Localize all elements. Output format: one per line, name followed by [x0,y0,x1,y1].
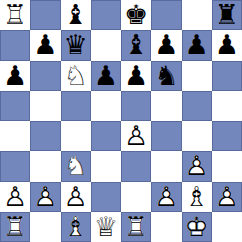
square-a7[interactable] [0,30,30,60]
square-h2[interactable]: ♟♙ [212,182,242,212]
black-knight[interactable]: ♞ [152,62,180,90]
black-bishop[interactable]: ♝ [122,31,150,59]
white-pawn[interactable]: ♟♙ [183,152,211,180]
white-queen-outline: ♕ [92,213,120,241]
black-bishop[interactable]: ♝ [62,1,90,29]
square-e2[interactable] [121,182,151,212]
square-h3[interactable] [212,151,242,181]
square-g4[interactable] [182,121,212,151]
square-c6[interactable]: ♞♘ [61,61,91,91]
square-e5[interactable] [121,91,151,121]
square-b4[interactable] [30,121,60,151]
square-e3[interactable] [121,151,151,181]
square-c1[interactable]: ♝♗ [61,212,91,242]
square-a8[interactable]: ♜♖ [0,0,30,30]
square-e1[interactable]: ♜♖ [121,212,151,242]
black-pawn[interactable]: ♟ [183,31,211,59]
white-bishop-outline: ♗ [62,213,90,241]
white-pawn[interactable]: ♟♙ [1,183,29,211]
square-f4[interactable] [151,121,181,151]
white-bishop-outline: ♗ [183,183,211,211]
white-knight-outline: ♘ [62,62,90,90]
square-e8[interactable]: ♚ [121,0,151,30]
white-pawn-outline: ♙ [183,152,211,180]
white-pawn-outline: ♙ [152,183,180,211]
square-b5[interactable] [30,91,60,121]
square-c5[interactable] [61,91,91,121]
square-e4[interactable]: ♟♙ [121,121,151,151]
chess-board: ♜♖♝♚♜♟♛♝♟♟♟♟♞♘♟♟♞♟♙♞♘♟♙♟♙♟♙♟♙♟♙♝♗♟♙♜♖♝♗♛… [0,0,242,242]
square-h7[interactable]: ♟ [212,30,242,60]
square-c4[interactable] [61,121,91,151]
square-d6[interactable]: ♟ [91,61,121,91]
black-king[interactable]: ♚ [122,1,150,29]
square-h8[interactable]: ♜ [212,0,242,30]
square-f3[interactable] [151,151,181,181]
square-h6[interactable] [212,61,242,91]
white-knight-outline: ♘ [62,152,90,180]
white-pawn[interactable]: ♟♙ [31,183,59,211]
square-b1[interactable] [30,212,60,242]
square-a1[interactable]: ♜♖ [0,212,30,242]
square-a2[interactable]: ♟♙ [0,182,30,212]
square-g8[interactable] [182,0,212,30]
square-h1[interactable] [212,212,242,242]
white-pawn[interactable]: ♟♙ [62,183,90,211]
square-d1[interactable]: ♛♕ [91,212,121,242]
white-bishop[interactable]: ♝♗ [62,213,90,241]
black-pawn[interactable]: ♟ [122,62,150,90]
white-pawn-outline: ♙ [62,183,90,211]
square-a6[interactable]: ♟ [0,61,30,91]
black-rook[interactable]: ♜ [213,1,241,29]
white-pawn-outline: ♙ [1,183,29,211]
square-e7[interactable]: ♝ [121,30,151,60]
square-d8[interactable] [91,0,121,30]
square-d5[interactable] [91,91,121,121]
square-b6[interactable] [30,61,60,91]
black-pawn[interactable]: ♟ [152,31,180,59]
white-knight[interactable]: ♞♘ [62,62,90,90]
white-king[interactable]: ♚♔ [183,213,211,241]
square-h5[interactable] [212,91,242,121]
square-d2[interactable] [91,182,121,212]
square-f5[interactable] [151,91,181,121]
square-f6[interactable]: ♞ [151,61,181,91]
square-g7[interactable]: ♟ [182,30,212,60]
square-a5[interactable] [0,91,30,121]
square-e6[interactable]: ♟ [121,61,151,91]
square-b2[interactable]: ♟♙ [30,182,60,212]
white-queen[interactable]: ♛♕ [92,213,120,241]
white-pawn-outline: ♙ [122,122,150,150]
square-b8[interactable] [30,0,60,30]
black-pawn[interactable]: ♟ [213,31,241,59]
white-rook-outline: ♖ [1,213,29,241]
square-g1[interactable]: ♚♔ [182,212,212,242]
square-f1[interactable] [151,212,181,242]
white-rook-outline: ♖ [122,213,150,241]
square-b7[interactable]: ♟ [30,30,60,60]
white-rook[interactable]: ♜♖ [1,1,29,29]
white-rook[interactable]: ♜♖ [1,213,29,241]
white-king-outline: ♔ [183,213,211,241]
square-g6[interactable] [182,61,212,91]
white-rook[interactable]: ♜♖ [122,213,150,241]
white-pawn[interactable]: ♟♙ [213,183,241,211]
black-pawn[interactable]: ♟ [92,62,120,90]
white-knight[interactable]: ♞♘ [62,152,90,180]
square-b3[interactable] [30,151,60,181]
square-a4[interactable] [0,121,30,151]
white-bishop[interactable]: ♝♗ [183,183,211,211]
black-pawn[interactable]: ♟ [1,62,29,90]
square-c2[interactable]: ♟♙ [61,182,91,212]
black-queen[interactable]: ♛ [62,31,90,59]
square-g2[interactable]: ♝♗ [182,182,212,212]
white-pawn-outline: ♙ [213,183,241,211]
white-pawn[interactable]: ♟♙ [122,122,150,150]
white-rook-outline: ♖ [1,1,29,29]
square-d4[interactable] [91,121,121,151]
square-g5[interactable] [182,91,212,121]
white-pawn-outline: ♙ [31,183,59,211]
square-c3[interactable]: ♞♘ [61,151,91,181]
square-c7[interactable]: ♛ [61,30,91,60]
square-d7[interactable] [91,30,121,60]
square-d3[interactable] [91,151,121,181]
square-a3[interactable] [0,151,30,181]
square-h4[interactable] [212,121,242,151]
white-pawn[interactable]: ♟♙ [152,183,180,211]
square-f8[interactable] [151,0,181,30]
black-pawn[interactable]: ♟ [31,31,59,59]
square-f2[interactable]: ♟♙ [151,182,181,212]
square-c8[interactable]: ♝ [61,0,91,30]
square-g3[interactable]: ♟♙ [182,151,212,181]
square-f7[interactable]: ♟ [151,30,181,60]
